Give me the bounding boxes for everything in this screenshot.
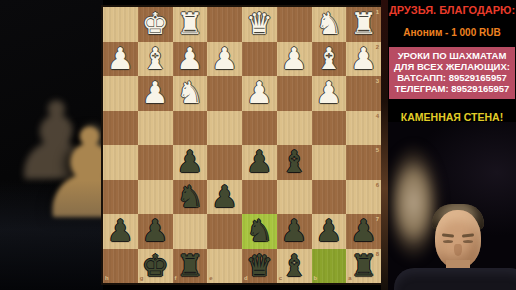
square-f2[interactable]: ♟ <box>173 42 208 77</box>
file-label-d: d <box>244 275 248 281</box>
black-queen[interactable]: ♛ <box>246 251 273 281</box>
file-label-e: e <box>209 275 212 281</box>
square-b5[interactable] <box>312 145 347 180</box>
square-h1[interactable] <box>103 7 138 42</box>
square-b8[interactable]: b <box>312 249 347 284</box>
black-king[interactable]: ♚ <box>142 251 169 281</box>
streamer-eyebrow <box>462 233 474 237</box>
square-f4[interactable] <box>173 111 208 146</box>
black-pawn[interactable]: ♟ <box>350 216 377 246</box>
square-h2[interactable]: ♟ <box>103 42 138 77</box>
file-label-c: c <box>279 275 282 281</box>
white-king[interactable]: ♚ <box>142 9 169 39</box>
square-h5[interactable] <box>103 145 138 180</box>
white-pawn[interactable]: ♟ <box>246 78 273 108</box>
square-a3[interactable]: 3 <box>346 76 381 111</box>
white-pawn[interactable]: ♟ <box>142 78 169 108</box>
black-pawn[interactable]: ♟ <box>107 216 134 246</box>
black-pawn[interactable]: ♟ <box>211 182 238 212</box>
square-e3[interactable] <box>207 76 242 111</box>
square-h7[interactable]: ♟ <box>103 214 138 249</box>
square-h4[interactable] <box>103 111 138 146</box>
square-d1[interactable]: ♛ <box>242 7 277 42</box>
square-a7[interactable]: 7♟ <box>346 214 381 249</box>
square-d7[interactable]: ♞ <box>242 214 277 249</box>
black-pawn[interactable]: ♟ <box>142 216 169 246</box>
white-rook[interactable]: ♜ <box>176 9 203 39</box>
info-panel: ДРУЗЬЯ. БЛАГОДАРЮ: Аноним - 1 000 RUB УР… <box>388 0 516 290</box>
file-label-h: h <box>105 275 109 281</box>
banner-line: ТЕЛЕГРАМ: 89529165957 <box>390 84 514 95</box>
square-e6[interactable]: ♟ <box>207 180 242 215</box>
white-pawn[interactable]: ♟ <box>315 78 342 108</box>
square-d4[interactable] <box>242 111 277 146</box>
thanks-header: ДРУЗЬЯ. БЛАГОДАРЮ: <box>388 4 516 16</box>
square-g8[interactable]: g♚ <box>138 249 173 284</box>
square-g3[interactable]: ♟ <box>138 76 173 111</box>
square-f8[interactable]: f♜ <box>173 249 208 284</box>
square-d3[interactable]: ♟ <box>242 76 277 111</box>
square-c2[interactable]: ♟ <box>277 42 312 77</box>
square-b7[interactable]: ♟ <box>312 214 347 249</box>
square-f6[interactable]: ♞ <box>173 180 208 215</box>
black-pawn[interactable]: ♟ <box>176 147 203 177</box>
streamer-eyebrow <box>442 233 454 237</box>
lessons-banner: УРОКИ ПО ШАХМАТАМ ДЛЯ ВСЕХ ЖЕЛАЮЩИХ: ВАТ… <box>389 47 515 99</box>
streamer-eye <box>443 240 453 243</box>
square-f7[interactable] <box>173 214 208 249</box>
square-g6[interactable] <box>138 180 173 215</box>
black-knight[interactable]: ♞ <box>246 216 273 246</box>
file-label-g: g <box>140 275 144 281</box>
white-bishop[interactable]: ♝ <box>315 44 342 74</box>
white-queen[interactable]: ♛ <box>246 9 273 39</box>
square-f5[interactable]: ♟ <box>173 145 208 180</box>
rank-label-6: 6 <box>376 182 379 188</box>
square-e4[interactable] <box>207 111 242 146</box>
stream-frame: ♟ ♟ ♚♜♛♞1♜♟♝♟♟♟♝2♟♟♞♟♟34♟♟♝5♞♟6♟♟♞♟♟7♟hg… <box>0 0 516 290</box>
rank-label-4: 4 <box>376 113 379 119</box>
streamer-nose <box>454 244 462 256</box>
square-h8[interactable]: h <box>103 249 138 284</box>
square-b3[interactable]: ♟ <box>312 76 347 111</box>
square-g5[interactable] <box>138 145 173 180</box>
white-knight[interactable]: ♞ <box>315 9 342 39</box>
donation-entry: Аноним - 1 000 RUB <box>388 27 516 38</box>
white-pawn[interactable]: ♟ <box>176 44 203 74</box>
rank-label-2: 2 <box>376 44 379 50</box>
square-g7[interactable]: ♟ <box>138 214 173 249</box>
square-h6[interactable] <box>103 180 138 215</box>
file-label-a: a <box>348 275 351 281</box>
black-pawn[interactable]: ♟ <box>281 216 308 246</box>
white-pawn[interactable]: ♟ <box>211 44 238 74</box>
square-e5[interactable] <box>207 145 242 180</box>
chess-board: ♚♜♛♞1♜♟♝♟♟♟♝2♟♟♞♟♟34♟♟♝5♞♟6♟♟♞♟♟7♟hg♚f♜e… <box>103 7 381 283</box>
square-h3[interactable] <box>103 76 138 111</box>
square-g1[interactable]: ♚ <box>138 7 173 42</box>
square-g4[interactable] <box>138 111 173 146</box>
white-rook[interactable]: ♜ <box>350 9 377 39</box>
square-d8[interactable]: d♛ <box>242 249 277 284</box>
floor-reflection <box>0 180 103 290</box>
square-c1[interactable] <box>277 7 312 42</box>
black-pawn[interactable]: ♟ <box>315 216 342 246</box>
square-c8[interactable]: c♝ <box>277 249 312 284</box>
square-e2[interactable]: ♟ <box>207 42 242 77</box>
square-a5[interactable]: 5 <box>346 145 381 180</box>
square-d5[interactable]: ♟ <box>242 145 277 180</box>
square-g2[interactable]: ♝ <box>138 42 173 77</box>
webcam-view <box>388 122 516 290</box>
square-c5[interactable]: ♝ <box>277 145 312 180</box>
square-a2[interactable]: 2♟ <box>346 42 381 77</box>
black-rook[interactable]: ♜ <box>176 251 203 281</box>
blurred-background-piece <box>390 122 442 290</box>
streamer-shirt <box>394 268 516 290</box>
white-knight[interactable]: ♞ <box>176 78 203 108</box>
streamer-eye <box>463 240 473 243</box>
square-d2[interactable] <box>242 42 277 77</box>
white-pawn[interactable]: ♟ <box>281 44 308 74</box>
rank-label-7: 7 <box>376 216 379 222</box>
square-e1[interactable] <box>207 7 242 42</box>
square-b2[interactable]: ♝ <box>312 42 347 77</box>
black-bishop[interactable]: ♝ <box>281 147 308 177</box>
square-b4[interactable] <box>312 111 347 146</box>
square-a1[interactable]: 1♜ <box>346 7 381 42</box>
black-bishop[interactable]: ♝ <box>281 251 308 281</box>
black-knight[interactable]: ♞ <box>176 182 203 212</box>
white-bishop[interactable]: ♝ <box>142 44 169 74</box>
rank-label-5: 5 <box>376 147 379 153</box>
square-e7[interactable] <box>207 214 242 249</box>
square-e8[interactable]: e <box>207 249 242 284</box>
square-b1[interactable]: ♞ <box>312 7 347 42</box>
square-f1[interactable]: ♜ <box>173 7 208 42</box>
square-c6[interactable] <box>277 180 312 215</box>
square-a8[interactable]: 8a♜ <box>346 249 381 284</box>
square-f3[interactable]: ♞ <box>173 76 208 111</box>
black-rook[interactable]: ♜ <box>350 251 377 281</box>
file-label-b: b <box>314 275 318 281</box>
square-a4[interactable]: 4 <box>346 111 381 146</box>
square-a6[interactable]: 6 <box>346 180 381 215</box>
rank-label-1: 1 <box>376 9 379 15</box>
decorative-chess-photo: ♟ ♟ <box>0 0 103 290</box>
square-c3[interactable] <box>277 76 312 111</box>
panel-divider <box>381 0 388 290</box>
white-pawn[interactable]: ♟ <box>107 44 134 74</box>
white-pawn[interactable]: ♟ <box>350 44 377 74</box>
square-c4[interactable] <box>277 111 312 146</box>
square-c7[interactable]: ♟ <box>277 214 312 249</box>
square-d6[interactable] <box>242 180 277 215</box>
rank-label-8: 8 <box>376 251 379 257</box>
square-b6[interactable] <box>312 180 347 215</box>
rank-label-3: 3 <box>376 78 379 84</box>
black-pawn[interactable]: ♟ <box>246 147 273 177</box>
file-label-f: f <box>175 275 177 281</box>
